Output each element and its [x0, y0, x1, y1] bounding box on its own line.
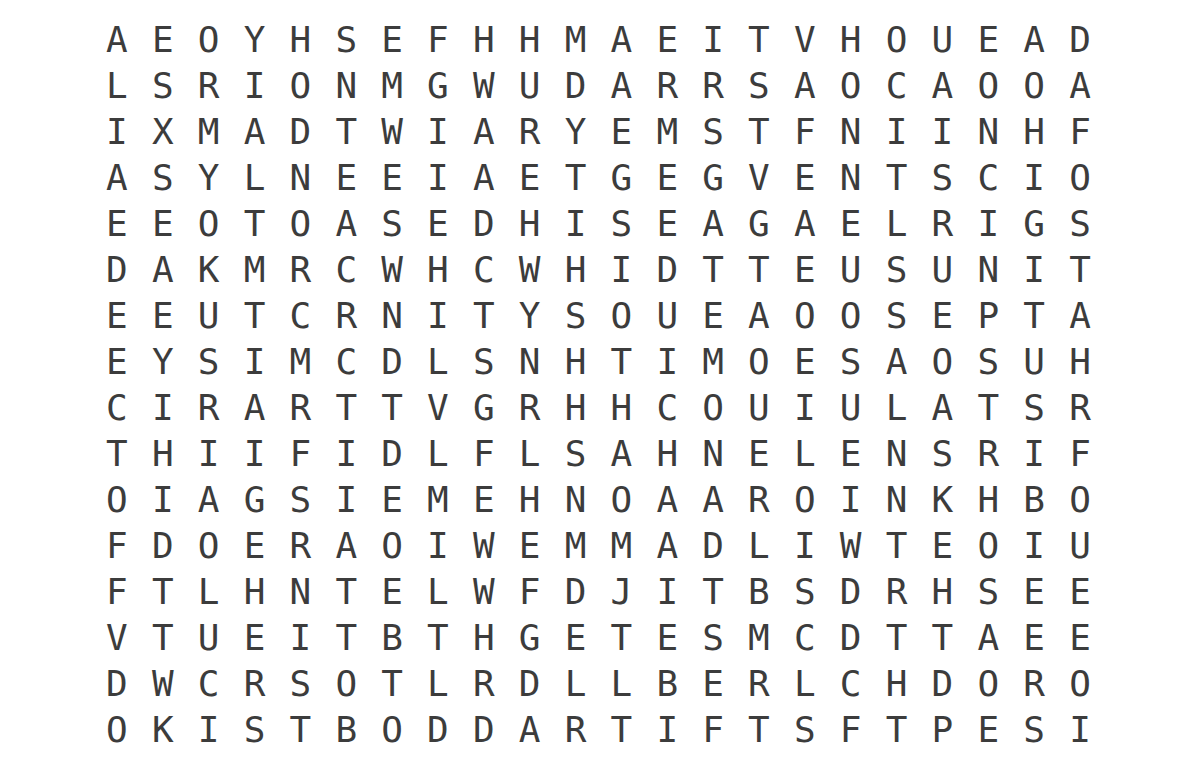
grid-cell[interactable]: A	[232, 385, 278, 431]
grid-cell[interactable]: W	[369, 247, 415, 293]
grid-cell[interactable]: L	[598, 661, 644, 707]
grid-cell[interactable]: S	[369, 201, 415, 247]
grid-cell[interactable]: U	[919, 247, 965, 293]
grid-cell[interactable]: S	[232, 707, 278, 753]
grid-cell[interactable]: I	[232, 63, 278, 109]
grid-cell[interactable]: M	[369, 63, 415, 109]
grid-cell[interactable]: F	[94, 523, 140, 569]
grid-cell[interactable]: T	[369, 385, 415, 431]
grid-cell[interactable]: H	[507, 201, 553, 247]
grid-cell[interactable]: O	[965, 523, 1011, 569]
grid-cell[interactable]: I	[553, 201, 599, 247]
grid-cell[interactable]: E	[415, 201, 461, 247]
grid-cell[interactable]: E	[644, 155, 690, 201]
grid-cell[interactable]: E	[782, 155, 828, 201]
grid-cell[interactable]: D	[369, 431, 415, 477]
grid-cell[interactable]: X	[140, 109, 186, 155]
grid-cell[interactable]: I	[874, 109, 920, 155]
grid-cell[interactable]: F	[507, 569, 553, 615]
grid-cell[interactable]: N	[874, 477, 920, 523]
grid-cell[interactable]: I	[140, 477, 186, 523]
grid-cell[interactable]: C	[277, 293, 323, 339]
grid-cell[interactable]: S	[690, 615, 736, 661]
grid-cell[interactable]: M	[598, 523, 644, 569]
grid-cell[interactable]: T	[232, 293, 278, 339]
grid-cell[interactable]: O	[186, 201, 232, 247]
grid-cell[interactable]: F	[415, 17, 461, 63]
grid-cell[interactable]: L	[94, 63, 140, 109]
grid-cell[interactable]: S	[277, 661, 323, 707]
grid-cell[interactable]: O	[598, 477, 644, 523]
grid-cell[interactable]: T	[598, 615, 644, 661]
grid-cell[interactable]: C	[874, 63, 920, 109]
grid-cell[interactable]: N	[323, 63, 369, 109]
grid-cell[interactable]: O	[1057, 155, 1103, 201]
grid-cell[interactable]: F	[1057, 109, 1103, 155]
grid-cell[interactable]: U	[1011, 339, 1057, 385]
grid-cell[interactable]: I	[644, 707, 690, 753]
grid-cell[interactable]: H	[874, 661, 920, 707]
grid-cell[interactable]: I	[1057, 707, 1103, 753]
grid-cell[interactable]: I	[965, 201, 1011, 247]
grid-cell[interactable]: T	[277, 707, 323, 753]
grid-cell[interactable]: M	[690, 339, 736, 385]
grid-cell[interactable]: L	[736, 523, 782, 569]
grid-cell[interactable]: E	[369, 155, 415, 201]
grid-cell[interactable]: E	[369, 17, 415, 63]
grid-cell[interactable]: T	[874, 523, 920, 569]
grid-cell[interactable]: E	[598, 109, 644, 155]
grid-cell[interactable]: O	[94, 477, 140, 523]
grid-cell[interactable]: E	[782, 339, 828, 385]
grid-cell[interactable]: I	[415, 155, 461, 201]
grid-cell[interactable]: I	[323, 431, 369, 477]
grid-cell[interactable]: R	[277, 247, 323, 293]
grid-cell[interactable]: G	[507, 615, 553, 661]
grid-cell[interactable]: M	[736, 615, 782, 661]
grid-cell[interactable]: E	[919, 293, 965, 339]
grid-cell[interactable]: D	[919, 661, 965, 707]
grid-cell[interactable]: C	[965, 155, 1011, 201]
grid-cell[interactable]: S	[186, 339, 232, 385]
grid-cell[interactable]: E	[1057, 615, 1103, 661]
grid-cell[interactable]: D	[553, 569, 599, 615]
grid-cell[interactable]: E	[140, 201, 186, 247]
grid-cell[interactable]: I	[782, 523, 828, 569]
grid-cell[interactable]: Y	[232, 17, 278, 63]
grid-cell[interactable]: G	[415, 63, 461, 109]
grid-cell[interactable]: E	[965, 707, 1011, 753]
grid-cell[interactable]: N	[828, 155, 874, 201]
grid-cell[interactable]: M	[553, 17, 599, 63]
grid-cell[interactable]: A	[598, 17, 644, 63]
grid-cell[interactable]: N	[965, 109, 1011, 155]
grid-cell[interactable]: O	[277, 63, 323, 109]
grid-cell[interactable]: T	[140, 615, 186, 661]
grid-cell[interactable]: N	[874, 431, 920, 477]
grid-cell[interactable]: I	[94, 109, 140, 155]
grid-cell[interactable]: D	[140, 523, 186, 569]
grid-cell[interactable]: V	[782, 17, 828, 63]
grid-cell[interactable]: A	[323, 201, 369, 247]
grid-cell[interactable]: E	[690, 661, 736, 707]
grid-cell[interactable]: W	[461, 569, 507, 615]
grid-cell[interactable]: D	[644, 247, 690, 293]
grid-cell[interactable]: G	[461, 385, 507, 431]
grid-cell[interactable]: H	[1011, 109, 1057, 155]
grid-cell[interactable]: I	[1011, 431, 1057, 477]
grid-cell[interactable]: U	[186, 615, 232, 661]
grid-cell[interactable]: T	[598, 339, 644, 385]
grid-cell[interactable]: C	[186, 661, 232, 707]
grid-cell[interactable]: O	[782, 477, 828, 523]
grid-cell[interactable]: Y	[186, 155, 232, 201]
grid-cell[interactable]: E	[369, 477, 415, 523]
grid-cell[interactable]: G	[690, 155, 736, 201]
grid-cell[interactable]: A	[1057, 293, 1103, 339]
grid-cell[interactable]: H	[965, 477, 1011, 523]
grid-cell[interactable]: T	[1057, 247, 1103, 293]
grid-cell[interactable]: E	[140, 293, 186, 339]
grid-cell[interactable]: A	[874, 339, 920, 385]
grid-cell[interactable]: L	[415, 661, 461, 707]
grid-cell[interactable]: T	[690, 569, 736, 615]
grid-cell[interactable]: E	[644, 17, 690, 63]
grid-cell[interactable]: F	[94, 569, 140, 615]
grid-cell[interactable]: F	[461, 431, 507, 477]
grid-cell[interactable]: M	[232, 247, 278, 293]
grid-cell[interactable]: A	[232, 109, 278, 155]
grid-cell[interactable]: R	[644, 63, 690, 109]
grid-cell[interactable]: I	[140, 385, 186, 431]
grid-cell[interactable]: F	[1057, 431, 1103, 477]
grid-cell[interactable]: N	[277, 569, 323, 615]
grid-cell[interactable]: L	[186, 569, 232, 615]
grid-cell[interactable]: F	[782, 109, 828, 155]
grid-cell[interactable]: I	[415, 109, 461, 155]
grid-cell[interactable]: A	[186, 477, 232, 523]
grid-cell[interactable]: W	[369, 109, 415, 155]
grid-cell[interactable]: H	[140, 431, 186, 477]
grid-cell[interactable]: A	[461, 109, 507, 155]
grid-cell[interactable]: N	[553, 477, 599, 523]
grid-cell[interactable]: R	[1011, 661, 1057, 707]
grid-cell[interactable]: S	[965, 339, 1011, 385]
grid-cell[interactable]: I	[186, 707, 232, 753]
grid-cell[interactable]: S	[874, 247, 920, 293]
grid-cell[interactable]: U	[1057, 523, 1103, 569]
grid-cell[interactable]: H	[461, 615, 507, 661]
grid-cell[interactable]: U	[828, 247, 874, 293]
grid-cell[interactable]: T	[323, 109, 369, 155]
grid-cell[interactable]: U	[828, 385, 874, 431]
grid-cell[interactable]: R	[965, 431, 1011, 477]
grid-cell[interactable]: B	[644, 661, 690, 707]
grid-cell[interactable]: F	[690, 707, 736, 753]
grid-cell[interactable]: D	[828, 615, 874, 661]
grid-cell[interactable]: M	[644, 109, 690, 155]
grid-cell[interactable]: L	[782, 431, 828, 477]
grid-cell[interactable]: R	[736, 661, 782, 707]
grid-cell[interactable]: E	[1011, 615, 1057, 661]
grid-cell[interactable]: E	[782, 247, 828, 293]
grid-cell[interactable]: R	[553, 707, 599, 753]
grid-cell[interactable]: O	[186, 17, 232, 63]
grid-cell[interactable]: Y	[507, 293, 553, 339]
grid-cell[interactable]: H	[919, 569, 965, 615]
grid-cell[interactable]: N	[507, 339, 553, 385]
grid-cell[interactable]: H	[553, 385, 599, 431]
grid-cell[interactable]: R	[323, 293, 369, 339]
grid-cell[interactable]: T	[415, 615, 461, 661]
grid-cell[interactable]: E	[323, 155, 369, 201]
grid-cell[interactable]: L	[874, 201, 920, 247]
grid-cell[interactable]: M	[186, 109, 232, 155]
grid-cell[interactable]: W	[507, 247, 553, 293]
grid-cell[interactable]: Y	[553, 109, 599, 155]
grid-cell[interactable]: C	[323, 339, 369, 385]
grid-cell[interactable]: T	[874, 155, 920, 201]
grid-cell[interactable]: E	[919, 523, 965, 569]
grid-cell[interactable]: S	[828, 339, 874, 385]
grid-cell[interactable]: T	[736, 707, 782, 753]
grid-cell[interactable]: E	[736, 431, 782, 477]
grid-cell[interactable]: S	[736, 63, 782, 109]
grid-cell[interactable]: D	[1057, 17, 1103, 63]
grid-cell[interactable]: E	[507, 155, 553, 201]
grid-cell[interactable]: E	[94, 201, 140, 247]
grid-cell[interactable]: I	[690, 17, 736, 63]
grid-cell[interactable]: H	[644, 431, 690, 477]
grid-cell[interactable]: R	[186, 63, 232, 109]
grid-cell[interactable]: B	[323, 707, 369, 753]
grid-cell[interactable]: E	[965, 17, 1011, 63]
grid-cell[interactable]: N	[277, 155, 323, 201]
grid-cell[interactable]: T	[874, 615, 920, 661]
grid-cell[interactable]: G	[232, 477, 278, 523]
grid-cell[interactable]: S	[874, 293, 920, 339]
grid-cell[interactable]: H	[598, 385, 644, 431]
grid-cell[interactable]: A	[598, 431, 644, 477]
grid-cell[interactable]: S	[140, 63, 186, 109]
grid-cell[interactable]: M	[553, 523, 599, 569]
grid-cell[interactable]: I	[782, 385, 828, 431]
grid-cell[interactable]: N	[690, 431, 736, 477]
grid-cell[interactable]: E	[232, 523, 278, 569]
grid-cell[interactable]: I	[1011, 155, 1057, 201]
grid-cell[interactable]: E	[828, 431, 874, 477]
grid-cell[interactable]: U	[736, 385, 782, 431]
grid-cell[interactable]: T	[736, 17, 782, 63]
grid-cell[interactable]: M	[277, 339, 323, 385]
grid-cell[interactable]: O	[1057, 477, 1103, 523]
grid-cell[interactable]: I	[644, 569, 690, 615]
grid-cell[interactable]: R	[507, 109, 553, 155]
grid-cell[interactable]: U	[507, 63, 553, 109]
grid-cell[interactable]: P	[919, 707, 965, 753]
grid-cell[interactable]: D	[828, 569, 874, 615]
grid-cell[interactable]: S	[919, 155, 965, 201]
grid-cell[interactable]: B	[369, 615, 415, 661]
grid-cell[interactable]: H	[553, 339, 599, 385]
grid-cell[interactable]: H	[1057, 339, 1103, 385]
grid-cell[interactable]: A	[507, 707, 553, 753]
grid-cell[interactable]: I	[919, 109, 965, 155]
grid-cell[interactable]: O	[598, 293, 644, 339]
grid-cell[interactable]: D	[94, 247, 140, 293]
grid-cell[interactable]: S	[1011, 707, 1057, 753]
grid-cell[interactable]: C	[644, 385, 690, 431]
grid-cell[interactable]: H	[415, 247, 461, 293]
grid-cell[interactable]: O	[1011, 63, 1057, 109]
grid-cell[interactable]: S	[690, 109, 736, 155]
grid-cell[interactable]: E	[644, 615, 690, 661]
grid-cell[interactable]: C	[782, 615, 828, 661]
grid-cell[interactable]: T	[553, 155, 599, 201]
grid-cell[interactable]: L	[874, 385, 920, 431]
grid-cell[interactable]: O	[323, 661, 369, 707]
grid-cell[interactable]: E	[828, 201, 874, 247]
grid-cell[interactable]: O	[736, 339, 782, 385]
grid-cell[interactable]: T	[874, 707, 920, 753]
grid-cell[interactable]: A	[690, 477, 736, 523]
grid-cell[interactable]: E	[140, 17, 186, 63]
grid-cell[interactable]: R	[461, 661, 507, 707]
grid-cell[interactable]: E	[1057, 569, 1103, 615]
grid-cell[interactable]: S	[323, 17, 369, 63]
grid-cell[interactable]: I	[415, 523, 461, 569]
grid-cell[interactable]: R	[874, 569, 920, 615]
grid-cell[interactable]: A	[644, 477, 690, 523]
grid-cell[interactable]: E	[507, 523, 553, 569]
grid-cell[interactable]: E	[690, 293, 736, 339]
grid-cell[interactable]: H	[277, 17, 323, 63]
grid-cell[interactable]: W	[461, 523, 507, 569]
grid-cell[interactable]: T	[690, 247, 736, 293]
grid-cell[interactable]: A	[323, 523, 369, 569]
grid-cell[interactable]: T	[736, 247, 782, 293]
grid-cell[interactable]: R	[507, 385, 553, 431]
grid-cell[interactable]: B	[1011, 477, 1057, 523]
grid-cell[interactable]: H	[553, 247, 599, 293]
grid-cell[interactable]: O	[919, 339, 965, 385]
grid-cell[interactable]: A	[94, 155, 140, 201]
grid-cell[interactable]: K	[140, 707, 186, 753]
grid-cell[interactable]: S	[782, 707, 828, 753]
grid-cell[interactable]: U	[186, 293, 232, 339]
grid-cell[interactable]: N	[828, 109, 874, 155]
grid-cell[interactable]: A	[919, 385, 965, 431]
grid-cell[interactable]: R	[690, 63, 736, 109]
grid-cell[interactable]: O	[965, 661, 1011, 707]
grid-cell[interactable]: T	[461, 293, 507, 339]
grid-cell[interactable]: H	[461, 17, 507, 63]
grid-cell[interactable]: L	[782, 661, 828, 707]
grid-cell[interactable]: K	[186, 247, 232, 293]
grid-cell[interactable]: S	[277, 477, 323, 523]
grid-cell[interactable]: F	[277, 431, 323, 477]
grid-cell[interactable]: E	[461, 477, 507, 523]
grid-cell[interactable]: B	[736, 569, 782, 615]
grid-cell[interactable]: D	[461, 707, 507, 753]
grid-cell[interactable]: T	[323, 615, 369, 661]
grid-cell[interactable]: S	[553, 431, 599, 477]
grid-cell[interactable]: S	[1057, 201, 1103, 247]
grid-cell[interactable]: I	[232, 431, 278, 477]
grid-cell[interactable]: A	[1011, 17, 1057, 63]
grid-cell[interactable]: O	[965, 63, 1011, 109]
grid-cell[interactable]: S	[1011, 385, 1057, 431]
grid-cell[interactable]: S	[919, 431, 965, 477]
grid-cell[interactable]: S	[140, 155, 186, 201]
grid-cell[interactable]: T	[919, 615, 965, 661]
grid-cell[interactable]: M	[415, 477, 461, 523]
grid-cell[interactable]: S	[782, 569, 828, 615]
grid-cell[interactable]: N	[369, 293, 415, 339]
grid-cell[interactable]: R	[277, 523, 323, 569]
grid-cell[interactable]: E	[94, 293, 140, 339]
grid-cell[interactable]: S	[598, 201, 644, 247]
grid-cell[interactable]: A	[690, 201, 736, 247]
grid-cell[interactable]: O	[874, 17, 920, 63]
grid-cell[interactable]: V	[94, 615, 140, 661]
grid-cell[interactable]: H	[232, 569, 278, 615]
grid-cell[interactable]: C	[323, 247, 369, 293]
grid-cell[interactable]: W	[461, 63, 507, 109]
grid-cell[interactable]: A	[140, 247, 186, 293]
grid-cell[interactable]: A	[94, 17, 140, 63]
grid-cell[interactable]: A	[782, 63, 828, 109]
grid-cell[interactable]: T	[1011, 293, 1057, 339]
grid-cell[interactable]: T	[140, 569, 186, 615]
grid-cell[interactable]: A	[1057, 63, 1103, 109]
grid-cell[interactable]: A	[736, 293, 782, 339]
grid-cell[interactable]: O	[782, 293, 828, 339]
grid-cell[interactable]: I	[232, 339, 278, 385]
grid-cell[interactable]: Y	[140, 339, 186, 385]
grid-cell[interactable]: A	[919, 63, 965, 109]
grid-cell[interactable]: S	[965, 569, 1011, 615]
grid-cell[interactable]: C	[461, 247, 507, 293]
grid-cell[interactable]: O	[277, 201, 323, 247]
grid-cell[interactable]: O	[369, 707, 415, 753]
grid-cell[interactable]: I	[323, 477, 369, 523]
grid-cell[interactable]: T	[323, 385, 369, 431]
grid-cell[interactable]: N	[965, 247, 1011, 293]
grid-cell[interactable]: I	[828, 477, 874, 523]
grid-cell[interactable]: O	[828, 293, 874, 339]
grid-cell[interactable]: L	[415, 431, 461, 477]
grid-cell[interactable]: O	[186, 523, 232, 569]
grid-cell[interactable]: S	[553, 293, 599, 339]
grid-cell[interactable]: W	[140, 661, 186, 707]
grid-cell[interactable]: P	[965, 293, 1011, 339]
grid-cell[interactable]: I	[277, 615, 323, 661]
grid-cell[interactable]: V	[415, 385, 461, 431]
grid-cell[interactable]: T	[232, 201, 278, 247]
grid-cell[interactable]: R	[277, 385, 323, 431]
grid-cell[interactable]: U	[919, 17, 965, 63]
grid-cell[interactable]: G	[1011, 201, 1057, 247]
grid-cell[interactable]: R	[186, 385, 232, 431]
grid-cell[interactable]: K	[919, 477, 965, 523]
grid-cell[interactable]: W	[828, 523, 874, 569]
grid-cell[interactable]: A	[644, 523, 690, 569]
grid-cell[interactable]: A	[598, 63, 644, 109]
grid-cell[interactable]: V	[736, 155, 782, 201]
grid-cell[interactable]: A	[965, 615, 1011, 661]
grid-cell[interactable]: R	[232, 661, 278, 707]
